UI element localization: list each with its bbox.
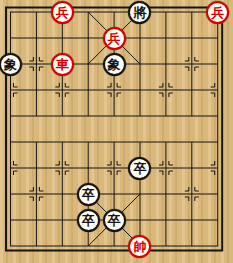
pieces-layer: 兵將兵兵象車象卒卒卒卒帥 bbox=[0, 0, 231, 259]
black-soldier[interactable]: 卒 bbox=[128, 157, 151, 180]
red-soldier[interactable]: 兵 bbox=[206, 1, 229, 24]
red-general[interactable]: 帥 bbox=[128, 235, 151, 258]
red-soldier[interactable]: 兵 bbox=[51, 1, 74, 24]
black-soldier[interactable]: 卒 bbox=[77, 209, 100, 232]
black-soldier[interactable]: 卒 bbox=[77, 183, 100, 206]
red-soldier[interactable]: 兵 bbox=[103, 27, 126, 50]
xiangqi-board: 兵將兵兵象車象卒卒卒卒帥 bbox=[0, 0, 233, 263]
black-elephant[interactable]: 象 bbox=[0, 53, 22, 76]
black-elephant[interactable]: 象 bbox=[103, 53, 126, 76]
black-general[interactable]: 將 bbox=[128, 1, 151, 24]
red-chariot[interactable]: 車 bbox=[51, 53, 74, 76]
black-soldier[interactable]: 卒 bbox=[103, 209, 126, 232]
